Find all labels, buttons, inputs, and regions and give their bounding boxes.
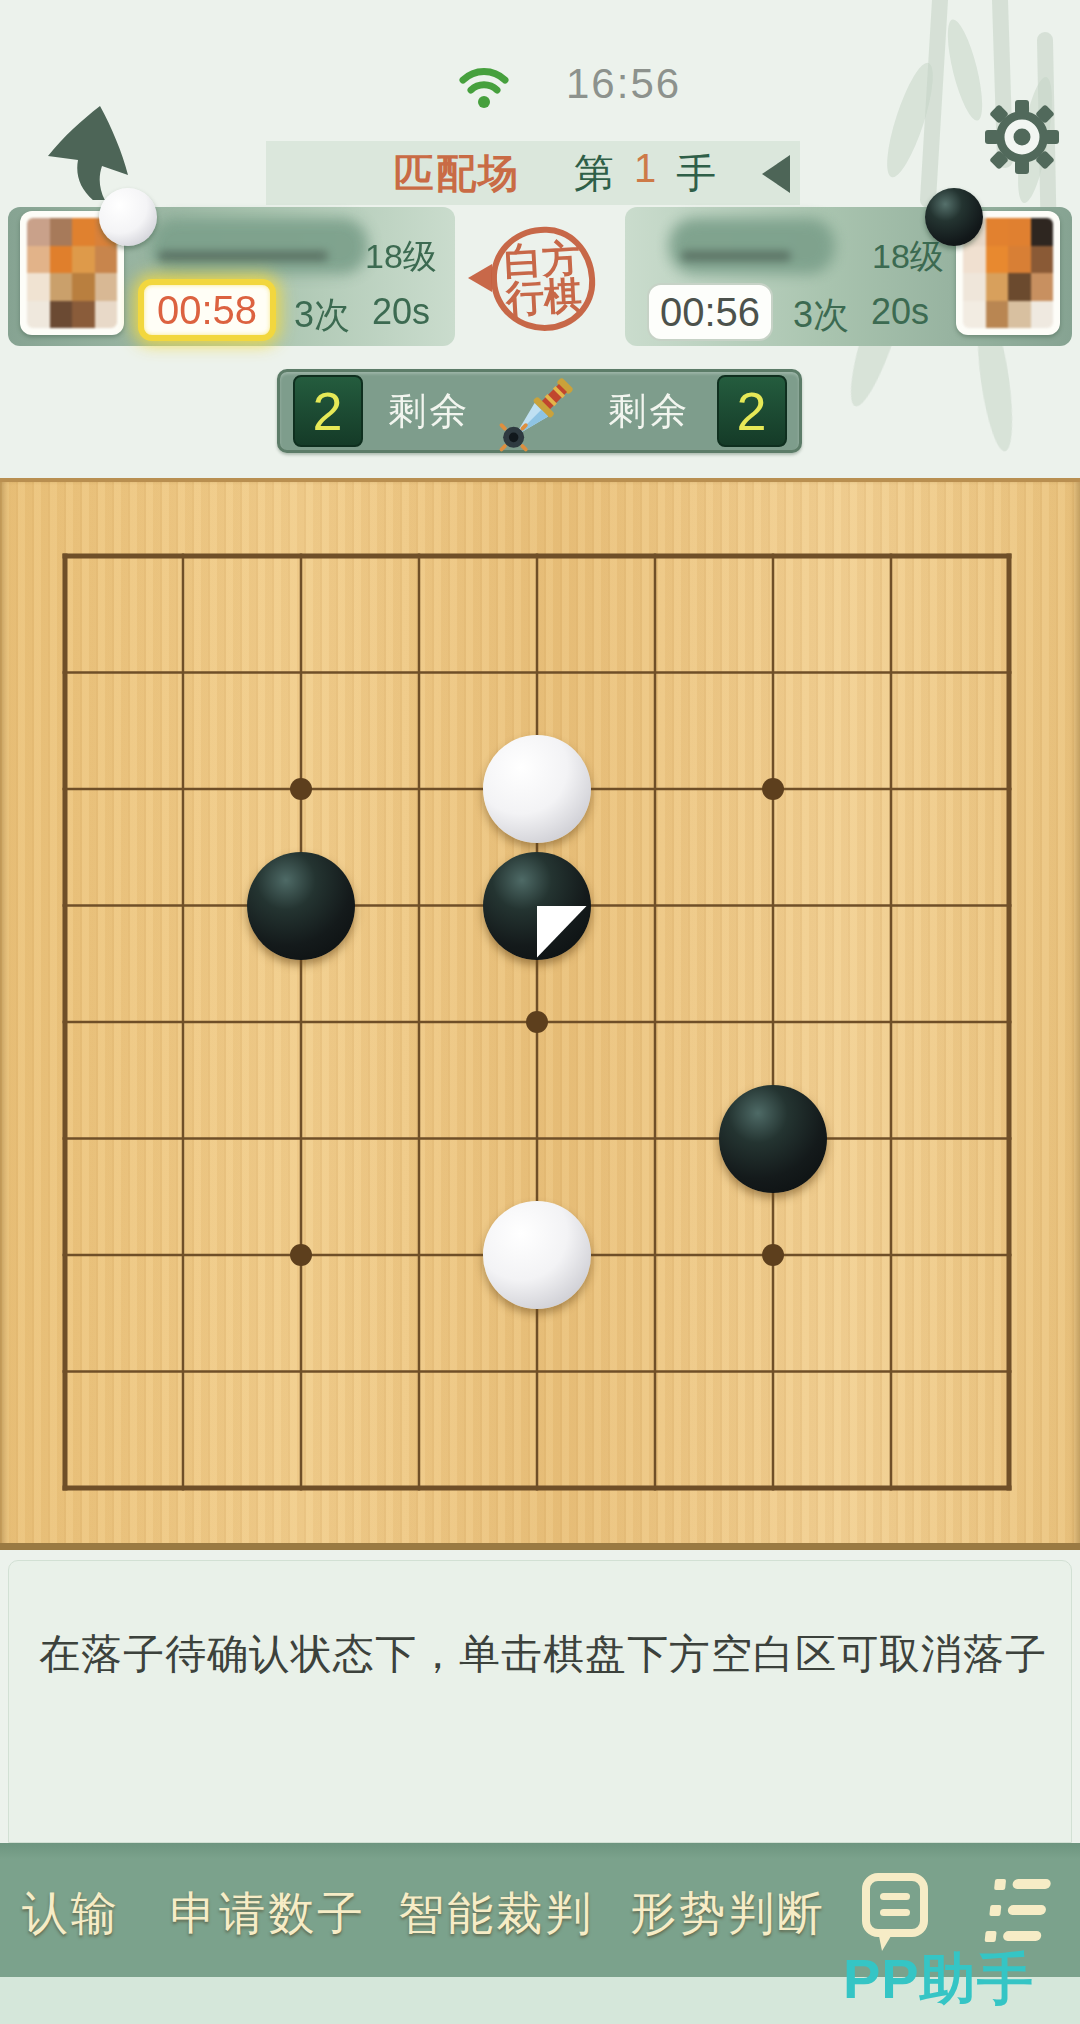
star-point bbox=[290, 1244, 312, 1266]
black-player-name-redacted bbox=[669, 218, 835, 274]
gear-icon[interactable] bbox=[983, 98, 1061, 176]
move-suffix: 手 bbox=[676, 146, 722, 201]
black-stone bbox=[483, 852, 591, 960]
toolbar-button-3[interactable]: 智能裁判 bbox=[398, 1883, 594, 1945]
turn-pointer-icon bbox=[468, 264, 492, 292]
black-player-byoyomi: 3次 20s bbox=[793, 291, 929, 340]
star-point bbox=[762, 1244, 784, 1266]
star-point bbox=[526, 1011, 548, 1033]
white-stone bbox=[483, 735, 591, 843]
black-stone-badge bbox=[925, 188, 983, 246]
item-remaining-bar: 2 剩余 剩余 2 bbox=[277, 369, 802, 453]
white-stone bbox=[483, 1201, 591, 1309]
black-stone bbox=[719, 1085, 827, 1193]
board-grid bbox=[0, 478, 1080, 1550]
remaining-label-right: 剩余 bbox=[609, 386, 691, 437]
toolbar-button-4[interactable]: 形势判断 bbox=[630, 1883, 826, 1945]
dagger-icon bbox=[497, 368, 583, 454]
black-item-count: 2 bbox=[717, 375, 787, 447]
wifi-icon bbox=[458, 58, 510, 110]
room-mode-label: 匹配场 bbox=[394, 146, 520, 201]
player-panel-black: 18级 00:56 3次 20s bbox=[625, 207, 1072, 346]
white-player-name-redacted bbox=[150, 218, 368, 274]
toolbar-button-2[interactable]: 申请数子 bbox=[170, 1883, 366, 1945]
back-button[interactable] bbox=[38, 104, 138, 200]
black-stone bbox=[247, 852, 355, 960]
black-player-clock: 00:56 bbox=[647, 283, 773, 341]
triangle-left-icon[interactable] bbox=[762, 155, 790, 193]
player-panel-white: 18级 00:58 3次 20s bbox=[8, 207, 455, 346]
status-time: 16:56 bbox=[566, 60, 681, 108]
star-point bbox=[290, 778, 312, 800]
toolbar-button-1[interactable]: 认输 bbox=[22, 1883, 120, 1945]
move-counter: 第 1 手 bbox=[574, 146, 722, 201]
white-player-rank: 18级 bbox=[365, 234, 437, 280]
black-player-rank: 18级 bbox=[872, 234, 944, 280]
avatar-image-blurred bbox=[27, 218, 117, 328]
move-number: 1 bbox=[634, 146, 662, 201]
tip-text: 在落子待确认状态下，单击棋盘下方空白区可取消落子 bbox=[39, 1627, 1047, 1682]
go-board[interactable] bbox=[0, 478, 1080, 1550]
remaining-label-left: 剩余 bbox=[389, 386, 471, 437]
menu-list-icon[interactable] bbox=[982, 1871, 1054, 1951]
white-player-clock: 00:58 bbox=[138, 279, 276, 341]
go-game-screen: 16:56 匹配场 第 1 手 bbox=[0, 0, 1080, 2024]
white-player-byoyomi: 3次 20s bbox=[294, 291, 430, 340]
pp-assistant-watermark: PP助手 bbox=[843, 1942, 1034, 2018]
move-prefix: 第 bbox=[574, 146, 620, 201]
cancel-move-blank-area[interactable]: 在落子待确认状态下，单击棋盘下方空白区可取消落子 bbox=[8, 1560, 1072, 1843]
star-point bbox=[762, 778, 784, 800]
turn-stamp: 白方 行棋 bbox=[488, 224, 597, 333]
header-bar: 匹配场 第 1 手 bbox=[266, 141, 800, 205]
white-item-count: 2 bbox=[293, 375, 363, 447]
